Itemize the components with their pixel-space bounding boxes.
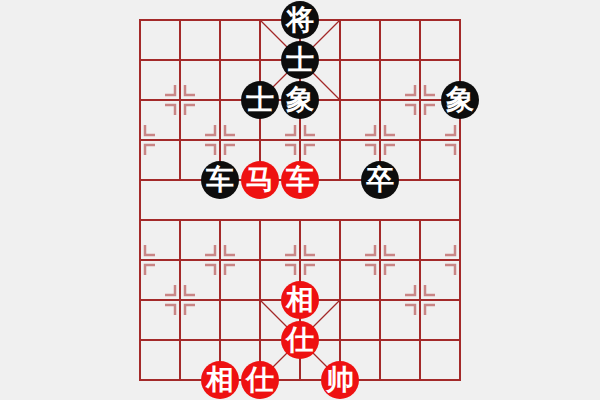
intersection-6-9[interactable]: [360, 360, 400, 400]
intersection-6-2[interactable]: [360, 80, 400, 120]
intersection-0-2[interactable]: [120, 80, 160, 120]
piece-black-elephant[interactable]: 象: [281, 81, 319, 119]
intersection-2-0[interactable]: [200, 0, 240, 40]
intersection-2-9[interactable]: 相: [200, 360, 240, 400]
intersection-3-6[interactable]: [240, 240, 280, 280]
piece-black-soldier[interactable]: 卒: [361, 161, 399, 199]
intersection-5-3[interactable]: [320, 120, 360, 160]
intersection-8-3[interactable]: [440, 120, 480, 160]
intersection-6-0[interactable]: [360, 0, 400, 40]
intersection-8-7[interactable]: [440, 280, 480, 320]
intersection-7-4[interactable]: [400, 160, 440, 200]
intersection-3-5[interactable]: [240, 200, 280, 240]
piece-red-elephant[interactable]: 相: [281, 281, 319, 319]
piece-black-chariot[interactable]: 车: [201, 161, 239, 199]
intersection-2-1[interactable]: [200, 40, 240, 80]
intersection-5-4[interactable]: [320, 160, 360, 200]
intersection-7-2[interactable]: [400, 80, 440, 120]
intersection-6-7[interactable]: [360, 280, 400, 320]
intersection-1-2[interactable]: [160, 80, 200, 120]
intersection-5-6[interactable]: [320, 240, 360, 280]
intersection-8-9[interactable]: [440, 360, 480, 400]
intersection-1-0[interactable]: [160, 0, 200, 40]
intersection-7-1[interactable]: [400, 40, 440, 80]
piece-red-chariot[interactable]: 车: [281, 161, 319, 199]
board-intersections: 将士士象象车马车卒相仕相仕帅: [120, 0, 480, 400]
intersection-1-8[interactable]: [160, 320, 200, 360]
intersection-5-1[interactable]: [320, 40, 360, 80]
intersection-6-3[interactable]: [360, 120, 400, 160]
intersection-4-8[interactable]: 仕: [280, 320, 320, 360]
piece-red-advisor[interactable]: 仕: [241, 361, 279, 399]
intersection-7-7[interactable]: [400, 280, 440, 320]
intersection-7-8[interactable]: [400, 320, 440, 360]
piece-black-advisor[interactable]: 士: [241, 81, 279, 119]
intersection-8-8[interactable]: [440, 320, 480, 360]
piece-red-advisor[interactable]: 仕: [281, 321, 319, 359]
piece-black-advisor[interactable]: 士: [281, 41, 319, 79]
xiangqi-board: 将士士象象车马车卒相仕相仕帅: [0, 0, 600, 400]
intersection-3-9[interactable]: 仕: [240, 360, 280, 400]
intersection-4-0[interactable]: 将: [280, 0, 320, 40]
intersection-3-4[interactable]: 马: [240, 160, 280, 200]
intersection-1-6[interactable]: [160, 240, 200, 280]
intersection-2-2[interactable]: [200, 80, 240, 120]
intersection-5-5[interactable]: [320, 200, 360, 240]
intersection-1-7[interactable]: [160, 280, 200, 320]
intersection-4-7[interactable]: 相: [280, 280, 320, 320]
piece-red-elephant[interactable]: 相: [201, 361, 239, 399]
intersection-2-7[interactable]: [200, 280, 240, 320]
intersection-1-3[interactable]: [160, 120, 200, 160]
intersection-3-7[interactable]: [240, 280, 280, 320]
intersection-3-2[interactable]: 士: [240, 80, 280, 120]
intersection-0-4[interactable]: [120, 160, 160, 200]
intersection-6-1[interactable]: [360, 40, 400, 80]
intersection-7-9[interactable]: [400, 360, 440, 400]
intersection-0-0[interactable]: [120, 0, 160, 40]
intersection-3-3[interactable]: [240, 120, 280, 160]
intersection-2-8[interactable]: [200, 320, 240, 360]
intersection-5-9[interactable]: 帅: [320, 360, 360, 400]
piece-red-general[interactable]: 帅: [321, 361, 359, 399]
intersection-0-7[interactable]: [120, 280, 160, 320]
intersection-6-4[interactable]: 卒: [360, 160, 400, 200]
intersection-8-4[interactable]: [440, 160, 480, 200]
intersection-1-9[interactable]: [160, 360, 200, 400]
intersection-4-1[interactable]: 士: [280, 40, 320, 80]
intersection-8-5[interactable]: [440, 200, 480, 240]
intersection-0-9[interactable]: [120, 360, 160, 400]
intersection-3-0[interactable]: [240, 0, 280, 40]
piece-red-horse[interactable]: 马: [241, 161, 279, 199]
intersection-7-3[interactable]: [400, 120, 440, 160]
intersection-8-1[interactable]: [440, 40, 480, 80]
intersection-1-1[interactable]: [160, 40, 200, 80]
intersection-2-5[interactable]: [200, 200, 240, 240]
intersection-0-5[interactable]: [120, 200, 160, 240]
intersection-6-8[interactable]: [360, 320, 400, 360]
intersection-6-5[interactable]: [360, 200, 400, 240]
intersection-1-5[interactable]: [160, 200, 200, 240]
intersection-2-3[interactable]: [200, 120, 240, 160]
intersection-4-3[interactable]: [280, 120, 320, 160]
intersection-5-0[interactable]: [320, 0, 360, 40]
intersection-8-6[interactable]: [440, 240, 480, 280]
intersection-1-4[interactable]: [160, 160, 200, 200]
intersection-3-1[interactable]: [240, 40, 280, 80]
intersection-4-5[interactable]: [280, 200, 320, 240]
intersection-0-6[interactable]: [120, 240, 160, 280]
intersection-5-2[interactable]: [320, 80, 360, 120]
intersection-0-8[interactable]: [120, 320, 160, 360]
intersection-5-8[interactable]: [320, 320, 360, 360]
intersection-6-6[interactable]: [360, 240, 400, 280]
intersection-2-6[interactable]: [200, 240, 240, 280]
intersection-4-9[interactable]: [280, 360, 320, 400]
intersection-5-7[interactable]: [320, 280, 360, 320]
piece-black-elephant[interactable]: 象: [441, 81, 479, 119]
intersection-4-2[interactable]: 象: [280, 80, 320, 120]
intersection-7-5[interactable]: [400, 200, 440, 240]
intersection-0-1[interactable]: [120, 40, 160, 80]
intersection-4-4[interactable]: 车: [280, 160, 320, 200]
intersection-2-4[interactable]: 车: [200, 160, 240, 200]
intersection-8-2[interactable]: 象: [440, 80, 480, 120]
intersection-7-0[interactable]: [400, 0, 440, 40]
intersection-3-8[interactable]: [240, 320, 280, 360]
intersection-0-3[interactable]: [120, 120, 160, 160]
piece-black-general[interactable]: 将: [281, 1, 319, 39]
intersection-4-6[interactable]: [280, 240, 320, 280]
intersection-8-0[interactable]: [440, 0, 480, 40]
intersection-7-6[interactable]: [400, 240, 440, 280]
